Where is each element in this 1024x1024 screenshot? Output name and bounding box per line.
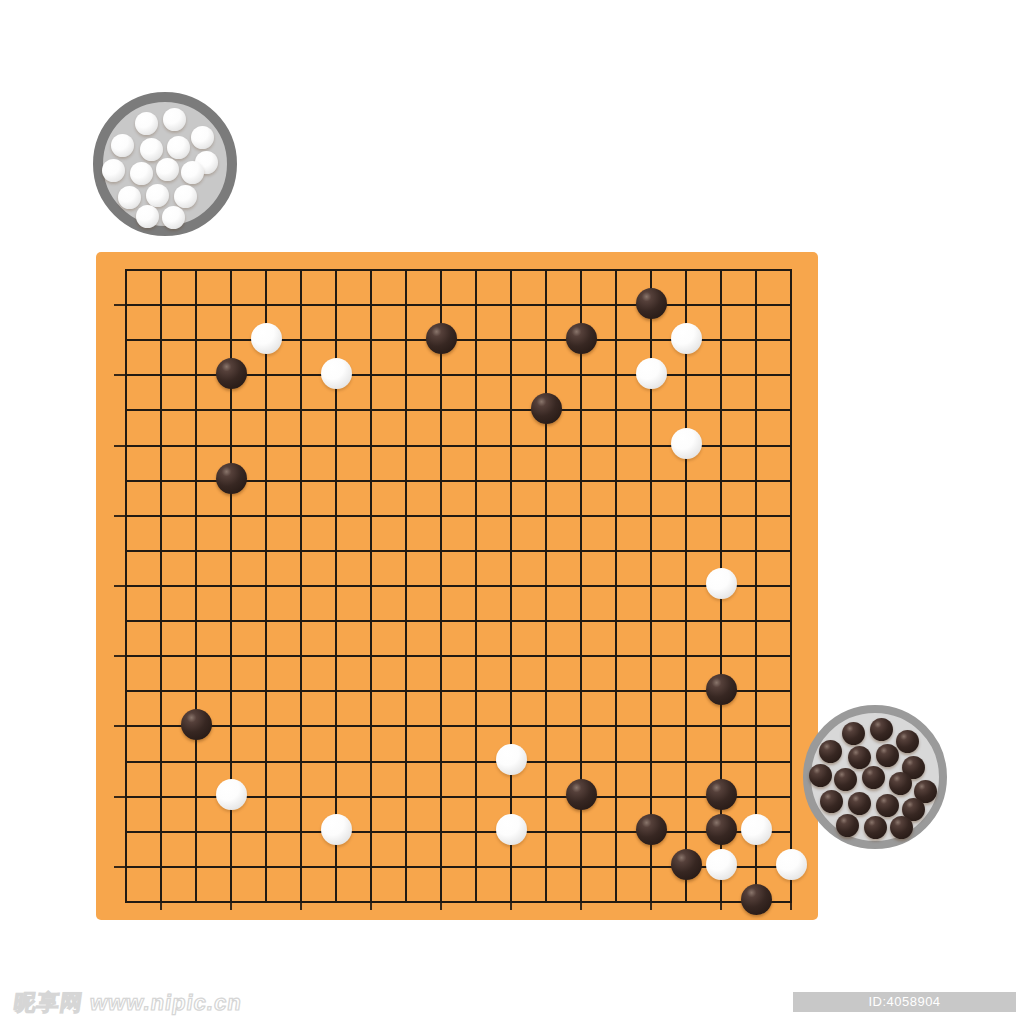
bowl-stone-black [820,790,843,813]
bowl-stone-black [836,814,859,837]
image-id-watermark: ID:4058904 NO:20210627083217941120 [793,992,1016,1012]
bowl-stone-white [181,161,204,184]
bowl-stone-black [864,816,887,839]
bowl-stone-black [842,722,865,745]
white-stone [706,849,737,880]
white-stone [671,323,702,354]
grid-line-horizontal [125,761,792,763]
bowl-stone-white [140,138,163,161]
grid-line-bottom-overshoot [370,903,372,910]
white-stone [251,323,282,354]
bowl-stone-black [809,764,832,787]
bowl-stone-white [111,134,134,157]
site-watermark: 昵享网 www.nipic.cn [12,988,244,1018]
grid-line-bottom-overshoot [510,903,512,910]
grid-line-bottom-overshoot [160,903,162,910]
white-stone [496,814,527,845]
grid-line-horizontal [125,725,792,727]
bowl-stone-white [135,112,158,135]
bowl-stone-white [162,206,185,229]
bowl-stone-black [848,746,871,769]
grid-line-bottom-overshoot [720,903,722,910]
bowl-stone-black [870,718,893,741]
bowl-stone-black [862,766,885,789]
black-stone [671,849,702,880]
bowl-stone-black [896,730,919,753]
go-board [96,252,818,920]
bowl-stone-white [102,159,125,182]
bowl-stone-white [163,108,186,131]
grid-line-bottom-overshoot [650,903,652,910]
white-stone [321,358,352,389]
grid-line-left-overshoot [114,374,125,376]
bowl-stone-black [890,816,913,839]
grid-line-bottom-overshoot [440,903,442,910]
white-stone [636,358,667,389]
grid-line-horizontal [125,655,792,657]
grid-line-bottom-overshoot [230,903,232,910]
black-stone [216,358,247,389]
white-stone [496,744,527,775]
grid-line-horizontal [125,515,792,517]
bowl-stone-black [834,768,857,791]
grid-line-bottom-overshoot [300,903,302,910]
grid-line-horizontal [125,585,792,587]
bowl-stone-black [848,792,871,815]
grid-line-horizontal [125,550,792,552]
black-stone [426,323,457,354]
grid-line-horizontal [125,620,792,622]
grid-line-left-overshoot [114,655,125,657]
black-stone [706,779,737,810]
black-stone [706,674,737,705]
grid-line-bottom-overshoot [790,903,792,910]
bowl-stone-white [146,184,169,207]
white-stone [216,779,247,810]
bowl-stone-white [130,162,153,185]
black-stone [216,463,247,494]
grid-line-bottom-overshoot [580,903,582,910]
white-stone [321,814,352,845]
black-stone [706,814,737,845]
grid-line-left-overshoot [114,585,125,587]
bowl-stone-white [191,126,214,149]
grid-line-horizontal [125,690,792,692]
black-stone [181,709,212,740]
black-stone [636,814,667,845]
black-stone [636,288,667,319]
grid-line-horizontal [125,409,792,411]
grid-line-horizontal [125,831,792,833]
bowl-stone-white [118,186,141,209]
grid-line-left-overshoot [114,445,125,447]
bowl-stone-white [167,136,190,159]
bowl-stone-white [136,205,159,228]
grid-line-left-overshoot [114,796,125,798]
grid-line-left-overshoot [114,725,125,727]
black-stone [531,393,562,424]
black-stone [566,323,597,354]
grid-line-horizontal [125,269,792,271]
black-stone [566,779,597,810]
illustration-canvas: 昵享网 www.nipic.cn ID:4058904 NO:202106270… [0,0,1024,1024]
bowl-stone-black [876,794,899,817]
grid-line-left-overshoot [114,866,125,868]
white-stone [706,568,737,599]
bowl-stone-black [889,772,912,795]
white-stone [776,849,807,880]
bowl-stone-black [819,740,842,763]
bowl-stone-white [174,185,197,208]
grid-line-horizontal [125,304,792,306]
grid-line-left-overshoot [114,304,125,306]
bowl-stone-black [876,744,899,767]
white-stone [671,428,702,459]
bowl-stone-white [156,158,179,181]
grid-line-horizontal [125,901,792,903]
white-stone [741,814,772,845]
grid-line-left-overshoot [114,515,125,517]
black-stone [741,884,772,915]
